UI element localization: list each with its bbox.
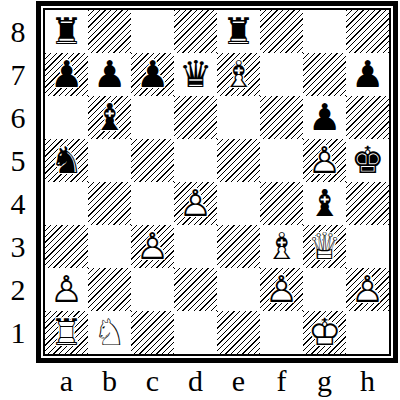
file-label-g: g	[303, 364, 346, 398]
file-label-e: e	[217, 364, 260, 398]
square-c6	[131, 96, 174, 139]
piece-halo: ♟	[88, 53, 131, 96]
square-h5: ♚♚	[346, 139, 389, 182]
piece-white-rook-icon: ♖	[45, 311, 88, 354]
square-f4	[260, 182, 303, 225]
piece-halo: ♟	[346, 53, 389, 96]
square-h6	[346, 96, 389, 139]
square-g1: ♚♔	[303, 311, 346, 354]
square-d5	[174, 139, 217, 182]
square-d4: ♟♙	[174, 182, 217, 225]
square-a7: ♟♟	[45, 53, 88, 96]
file-label-f: f	[260, 364, 303, 398]
file-label-d: d	[174, 364, 217, 398]
square-b6: ♝♝	[88, 96, 131, 139]
piece-white-pawn-icon: ♙	[303, 139, 346, 182]
file-label-a: a	[45, 364, 88, 398]
square-h1	[346, 311, 389, 354]
piece-white-queen-icon: ♕	[303, 225, 346, 268]
square-c4	[131, 182, 174, 225]
piece-black-bishop-icon: ♝	[303, 182, 346, 225]
square-h8	[346, 10, 389, 53]
piece-black-queen-icon: ♛	[174, 53, 217, 96]
square-e4	[217, 182, 260, 225]
square-g7	[303, 53, 346, 96]
piece-halo: ♞	[88, 311, 131, 354]
square-b2	[88, 268, 131, 311]
square-f6	[260, 96, 303, 139]
square-f3: ♝♗	[260, 225, 303, 268]
piece-halo: ♚	[346, 139, 389, 182]
piece-white-pawn-icon: ♙	[131, 225, 174, 268]
piece-black-pawn-icon: ♟	[303, 96, 346, 139]
square-h4	[346, 182, 389, 225]
square-b8	[88, 10, 131, 53]
piece-halo: ♛	[303, 225, 346, 268]
square-f7	[260, 53, 303, 96]
square-b4	[88, 182, 131, 225]
piece-halo: ♟	[303, 139, 346, 182]
square-f2: ♟♙	[260, 268, 303, 311]
square-f8	[260, 10, 303, 53]
square-a3	[45, 225, 88, 268]
square-g5: ♟♙	[303, 139, 346, 182]
rank-label-8: 8	[0, 10, 36, 53]
square-h2: ♟♙	[346, 268, 389, 311]
square-g4: ♝♝	[303, 182, 346, 225]
square-e7: ♝♗	[217, 53, 260, 96]
piece-halo: ♟	[303, 96, 346, 139]
piece-black-pawn-icon: ♟	[45, 53, 88, 96]
piece-halo: ♜	[45, 10, 88, 53]
piece-white-pawn-icon: ♙	[346, 268, 389, 311]
square-d1	[174, 311, 217, 354]
square-d6	[174, 96, 217, 139]
square-c2	[131, 268, 174, 311]
piece-black-rook-icon: ♜	[217, 10, 260, 53]
piece-halo: ♞	[45, 139, 88, 182]
square-e6	[217, 96, 260, 139]
piece-halo: ♝	[217, 53, 260, 96]
square-a4	[45, 182, 88, 225]
piece-halo: ♟	[346, 268, 389, 311]
file-label-h: h	[346, 364, 389, 398]
chess-diagram: 87654321 ♜♜♜♜♟♟♟♟♟♟♛♛♝♗♟♟♝♝♟♟♞♞♟♙♚♚♟♙♝♝♟…	[0, 0, 400, 400]
piece-halo: ♟	[45, 53, 88, 96]
file-label-b: b	[88, 364, 131, 398]
piece-halo: ♛	[174, 53, 217, 96]
square-d2	[174, 268, 217, 311]
piece-white-pawn-icon: ♙	[174, 182, 217, 225]
square-c8	[131, 10, 174, 53]
piece-halo: ♟	[174, 182, 217, 225]
square-e2	[217, 268, 260, 311]
piece-halo: ♝	[88, 96, 131, 139]
file-label-c: c	[131, 364, 174, 398]
piece-halo: ♟	[260, 268, 303, 311]
square-g2	[303, 268, 346, 311]
square-e3	[217, 225, 260, 268]
square-c5	[131, 139, 174, 182]
piece-halo: ♟	[131, 53, 174, 96]
square-f5	[260, 139, 303, 182]
piece-halo: ♚	[303, 311, 346, 354]
piece-halo: ♜	[45, 311, 88, 354]
rank-label-7: 7	[0, 53, 36, 96]
square-b7: ♟♟	[88, 53, 131, 96]
square-b3	[88, 225, 131, 268]
piece-halo: ♝	[260, 225, 303, 268]
piece-black-bishop-icon: ♝	[88, 96, 131, 139]
rank-label-4: 4	[0, 182, 36, 225]
square-g8	[303, 10, 346, 53]
rank-label-6: 6	[0, 96, 36, 139]
square-b1: ♞♘	[88, 311, 131, 354]
piece-black-rook-icon: ♜	[45, 10, 88, 53]
rank-label-1: 1	[0, 311, 36, 354]
piece-black-knight-icon: ♞	[45, 139, 88, 182]
file-labels: abcdefgh	[45, 364, 389, 398]
piece-halo: ♝	[303, 182, 346, 225]
square-d7: ♛♛	[174, 53, 217, 96]
piece-black-pawn-icon: ♟	[346, 53, 389, 96]
square-g3: ♛♕	[303, 225, 346, 268]
piece-black-pawn-icon: ♟	[131, 53, 174, 96]
piece-white-bishop-icon: ♗	[260, 225, 303, 268]
piece-white-pawn-icon: ♙	[260, 268, 303, 311]
piece-halo: ♟	[45, 268, 88, 311]
square-e8: ♜♜	[217, 10, 260, 53]
piece-white-pawn-icon: ♙	[45, 268, 88, 311]
chess-board: ♜♜♜♜♟♟♟♟♟♟♛♛♝♗♟♟♝♝♟♟♞♞♟♙♚♚♟♙♝♝♟♙♝♗♛♕♟♙♟♙…	[36, 1, 398, 363]
square-a5: ♞♞	[45, 139, 88, 182]
square-e1	[217, 311, 260, 354]
board-grid: ♜♜♜♜♟♟♟♟♟♟♛♛♝♗♟♟♝♝♟♟♞♞♟♙♚♚♟♙♝♝♟♙♝♗♛♕♟♙♟♙…	[45, 10, 389, 354]
square-a1: ♜♖	[45, 311, 88, 354]
rank-label-3: 3	[0, 225, 36, 268]
piece-white-bishop-icon: ♗	[217, 53, 260, 96]
square-a8: ♜♜	[45, 10, 88, 53]
piece-black-king-icon: ♚	[346, 139, 389, 182]
square-a2: ♟♙	[45, 268, 88, 311]
board-inner-border: ♜♜♜♜♟♟♟♟♟♟♛♛♝♗♟♟♝♝♟♟♞♞♟♙♚♚♟♙♝♝♟♙♝♗♛♕♟♙♟♙…	[43, 8, 391, 356]
rank-labels: 87654321	[0, 10, 36, 354]
square-c3: ♟♙	[131, 225, 174, 268]
piece-halo: ♟	[131, 225, 174, 268]
rank-label-2: 2	[0, 268, 36, 311]
square-c1	[131, 311, 174, 354]
piece-white-king-icon: ♔	[303, 311, 346, 354]
square-h3	[346, 225, 389, 268]
square-b5	[88, 139, 131, 182]
square-h7: ♟♟	[346, 53, 389, 96]
rank-label-5: 5	[0, 139, 36, 182]
square-d3	[174, 225, 217, 268]
piece-halo: ♜	[217, 10, 260, 53]
square-c7: ♟♟	[131, 53, 174, 96]
square-a6	[45, 96, 88, 139]
piece-white-knight-icon: ♘	[88, 311, 131, 354]
piece-black-pawn-icon: ♟	[88, 53, 131, 96]
square-e5	[217, 139, 260, 182]
square-g6: ♟♟	[303, 96, 346, 139]
square-d8	[174, 10, 217, 53]
square-f1	[260, 311, 303, 354]
